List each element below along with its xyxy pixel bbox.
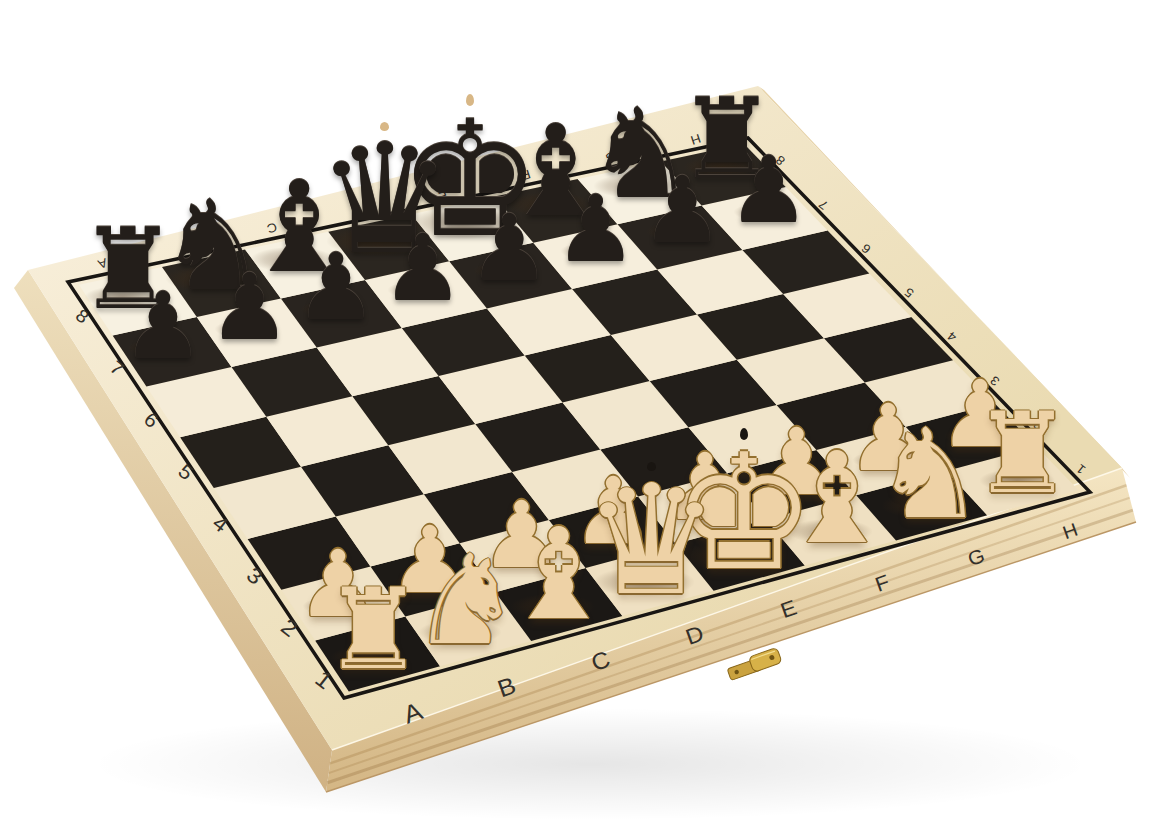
black-pawn-e7: ♟ bbox=[468, 203, 550, 295]
chess-set-photo: AABBCCDDEEFFGGHH1122334455667788 ♜♞♝♟♚♟♛… bbox=[0, 0, 1172, 828]
white-knight-b1: ♞ bbox=[410, 538, 521, 662]
white-queen-finial bbox=[647, 462, 656, 471]
white-king-finial bbox=[740, 428, 748, 440]
white-rook-a1: ♜ bbox=[323, 574, 423, 686]
white-rook-h1: ♜ bbox=[972, 397, 1072, 509]
black-pawn-a7: ♟ bbox=[122, 281, 204, 373]
pieces-layer: ♜♞♝♟♚♟♛♟♝♟♞♟♜♟♟♟♟♟♜♟♞♟♝♟♚♟♟♛♟♝♞♜ bbox=[0, 0, 1172, 828]
black-queen-finial bbox=[380, 122, 389, 131]
black-king-finial bbox=[466, 94, 474, 106]
black-pawn-c7: ♟ bbox=[295, 242, 377, 334]
black-pawn-h7: ♟ bbox=[728, 145, 810, 237]
black-pawn-g7: ♟ bbox=[641, 164, 723, 256]
black-pawn-b7: ♟ bbox=[208, 261, 290, 353]
black-pawn-f7: ♟ bbox=[555, 184, 637, 276]
black-pawn-d7: ♟ bbox=[381, 222, 463, 314]
